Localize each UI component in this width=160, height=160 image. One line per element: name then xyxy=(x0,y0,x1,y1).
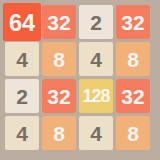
tile-64: 64 xyxy=(3,3,41,41)
tile-8: 8 xyxy=(42,116,76,150)
tile-8: 8 xyxy=(42,42,76,76)
tile-4: 4 xyxy=(79,116,113,150)
tile-4: 4 xyxy=(5,116,39,150)
tile-128: 128 xyxy=(79,79,113,113)
tile-32: 32 xyxy=(116,5,150,39)
tile-4: 4 xyxy=(5,42,39,76)
tile-32: 32 xyxy=(42,5,76,39)
tile-2: 2 xyxy=(5,79,39,113)
tile-4: 4 xyxy=(79,42,113,76)
tile-2: 2 xyxy=(79,5,113,39)
tile-8: 8 xyxy=(116,116,150,150)
game-board-2048[interactable]: 64322324848232128324848 xyxy=(0,0,160,160)
tile-32: 32 xyxy=(42,79,76,113)
tile-grid: 64322324848232128324848 xyxy=(5,5,150,150)
tile-32: 32 xyxy=(116,79,150,113)
tile-8: 8 xyxy=(116,42,150,76)
